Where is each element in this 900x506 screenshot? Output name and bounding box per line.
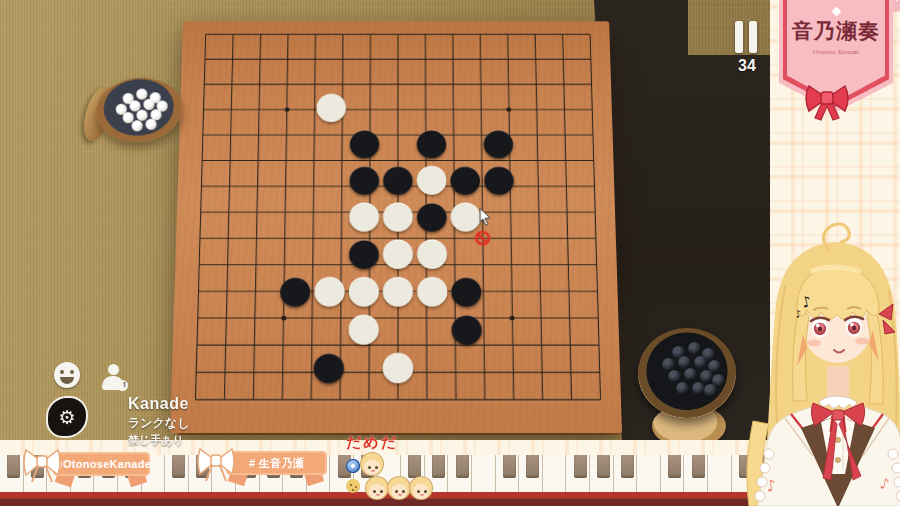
- hashtag-banner: # 生音乃瀬: [226, 451, 327, 475]
- bow-icon: [22, 442, 62, 484]
- go-board: ●●●●●●●●●●●●●●●●●●●●●●●●●●: [170, 0, 622, 433]
- logo-title: 音乃瀬奏: [792, 17, 880, 45]
- smiley-icon: [54, 362, 80, 388]
- emote-kanade-chibi: [387, 476, 411, 500]
- player-info: Kanade ランクなし 禁じ手あり: [128, 395, 189, 448]
- piano-black-key: [621, 455, 634, 478]
- piano-black-key: [172, 455, 185, 478]
- white-stone-pile: [145, 118, 157, 130]
- player-name: Kanade: [128, 395, 189, 413]
- board-surface: ●●●●●●●●●●●●●●●●●●●●●●●●●●: [170, 21, 622, 433]
- piano-black-key: [597, 455, 610, 478]
- forbidden-point-marker: [475, 231, 491, 246]
- black-stone-pile: [684, 368, 697, 381]
- player-rank: ランクなし: [128, 415, 189, 432]
- white-stone-pile: [131, 120, 143, 132]
- rule-label: 禁じ手あり: [128, 433, 189, 448]
- black-stone-pile: [676, 382, 689, 395]
- mouse-cursor-icon: [478, 208, 492, 226]
- callout-text: だめだ: [346, 433, 398, 452]
- emote-kanade-chibi: [409, 476, 433, 500]
- ribbon-bow-icon: [801, 82, 853, 122]
- piano-black-key: [668, 455, 681, 478]
- black-stone-pile: [704, 384, 717, 397]
- bow-icon: [196, 441, 236, 483]
- emote-stamps: [343, 452, 439, 502]
- board-play-area: ●●●●●●●●●●●●●●●●●●●●●●●●●●: [181, 22, 616, 413]
- marker-layer: [181, 22, 616, 413]
- add-person-icon: ↺: [102, 364, 126, 390]
- person-badge-icon: ↺: [117, 380, 128, 391]
- black-stone-pile: [688, 342, 701, 355]
- piano-black-key: [574, 455, 587, 478]
- pause-button[interactable]: [733, 21, 761, 53]
- handle-banner: @OtonoseKanade: [53, 452, 150, 476]
- black-stone-pile: [692, 382, 705, 395]
- vtuber-avatar: ♪ ♪ ♪ ♪: [733, 216, 900, 506]
- emote-cookie-badge: [346, 479, 360, 493]
- stream-screenshot: ●●●●●●●●●●●●●●●●●●●●●●●●●● ↺ ⚙ Kanade ラン…: [0, 0, 900, 506]
- emote-kanade-chibi: [365, 476, 389, 500]
- blush-left: [807, 340, 821, 347]
- piano-black-key: [7, 455, 20, 478]
- piano-black-key: [456, 455, 469, 478]
- piano-black-key: [526, 455, 539, 478]
- piano-black-key: [692, 455, 705, 478]
- sparkle-icon: [831, 7, 841, 17]
- emote-blue-badge: [346, 459, 360, 473]
- black-stone-bowl: [638, 328, 736, 418]
- emote-kanade-chibi: [360, 452, 384, 476]
- logo-subtitle: Otonose Kanade: [813, 48, 860, 56]
- black-stone-pile: [668, 370, 681, 383]
- piano-black-key: [503, 455, 516, 478]
- black-stone-pile: [694, 356, 707, 369]
- timer-value: 34: [729, 57, 765, 75]
- blush-right: [855, 338, 869, 345]
